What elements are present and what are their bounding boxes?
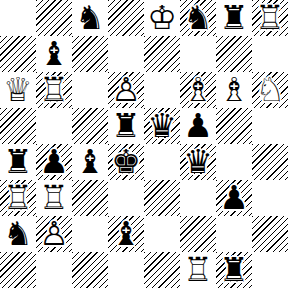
piece-silhouette: ♛ (0, 72, 36, 108)
piece-black-bishop: ♝ (108, 216, 144, 252)
square-b2[interactable]: ♟♙ (36, 216, 72, 252)
square-b1[interactable] (36, 252, 72, 288)
square-c4[interactable]: ♝ (72, 144, 108, 180)
piece-black-queen: ♛ (180, 144, 216, 180)
square-h8[interactable]: ♜♖ (252, 0, 288, 36)
piece-black-bishop: ♝ (36, 36, 72, 72)
piece-black-pawn: ♟ (180, 108, 216, 144)
square-h1[interactable] (252, 252, 288, 288)
square-g2[interactable] (216, 216, 252, 252)
square-a2[interactable]: ♞ (0, 216, 36, 252)
square-e5[interactable]: ♛ (144, 108, 180, 144)
piece-black-knight: ♞ (180, 0, 216, 36)
square-b5[interactable] (36, 108, 72, 144)
square-e1[interactable] (144, 252, 180, 288)
square-a8[interactable] (0, 0, 36, 36)
square-f6[interactable]: ♝♗ (180, 72, 216, 108)
piece-white-bishop: ♗ (180, 72, 216, 108)
square-d7[interactable] (108, 36, 144, 72)
piece-silhouette: ♚ (144, 0, 180, 36)
square-e7[interactable] (144, 36, 180, 72)
piece-white-queen: ♕ (0, 72, 36, 108)
square-a7[interactable] (0, 36, 36, 72)
piece-white-pawn: ♙ (108, 72, 144, 108)
square-h7[interactable] (252, 36, 288, 72)
piece-black-queen: ♛ (144, 108, 180, 144)
piece-black-king: ♚ (108, 144, 144, 180)
square-e2[interactable] (144, 216, 180, 252)
square-h4[interactable] (252, 144, 288, 180)
piece-black-rook: ♜ (216, 0, 252, 36)
square-a5[interactable] (0, 108, 36, 144)
square-d6[interactable]: ♟♙ (108, 72, 144, 108)
square-d4[interactable]: ♚ (108, 144, 144, 180)
square-f5[interactable]: ♟ (180, 108, 216, 144)
piece-white-rook: ♖ (180, 252, 216, 288)
square-h5[interactable] (252, 108, 288, 144)
piece-white-knight: ♘ (252, 72, 288, 108)
square-g4[interactable] (216, 144, 252, 180)
piece-silhouette: ♜ (252, 0, 288, 36)
chess-board-container: ♞♚♔♞♜♜♖♝♛♕♜♖♟♙♝♗♝♗♞♘♜♛♟♜♟♝♚♛♜♖♜♖♟♞♟♙♝♜♖♜ (0, 0, 288, 288)
square-a4[interactable]: ♜ (0, 144, 36, 180)
square-b8[interactable] (36, 0, 72, 36)
square-g5[interactable] (216, 108, 252, 144)
piece-white-bishop: ♗ (216, 72, 252, 108)
piece-white-rook: ♖ (252, 0, 288, 36)
piece-white-rook: ♖ (36, 180, 72, 216)
square-e4[interactable] (144, 144, 180, 180)
square-f8[interactable]: ♞ (180, 0, 216, 36)
square-f2[interactable] (180, 216, 216, 252)
square-f7[interactable] (180, 36, 216, 72)
piece-white-rook: ♖ (36, 72, 72, 108)
piece-white-rook: ♖ (0, 180, 36, 216)
square-e3[interactable] (144, 180, 180, 216)
square-g7[interactable] (216, 36, 252, 72)
square-c5[interactable] (72, 108, 108, 144)
square-b7[interactable]: ♝ (36, 36, 72, 72)
square-f1[interactable]: ♜♖ (180, 252, 216, 288)
piece-black-pawn: ♟ (216, 180, 252, 216)
square-g1[interactable]: ♜ (216, 252, 252, 288)
square-f4[interactable]: ♛ (180, 144, 216, 180)
square-d3[interactable] (108, 180, 144, 216)
square-a3[interactable]: ♜♖ (0, 180, 36, 216)
piece-silhouette: ♟ (108, 72, 144, 108)
square-a6[interactable]: ♛♕ (0, 72, 36, 108)
square-c3[interactable] (72, 180, 108, 216)
piece-silhouette: ♟ (36, 216, 72, 252)
piece-black-knight: ♞ (72, 0, 108, 36)
square-g6[interactable]: ♝♗ (216, 72, 252, 108)
piece-silhouette: ♜ (36, 180, 72, 216)
square-d1[interactable] (108, 252, 144, 288)
piece-black-rook: ♜ (216, 252, 252, 288)
square-g3[interactable]: ♟ (216, 180, 252, 216)
square-e6[interactable] (144, 72, 180, 108)
chess-board: ♞♚♔♞♜♜♖♝♛♕♜♖♟♙♝♗♝♗♞♘♜♛♟♜♟♝♚♛♜♖♜♖♟♞♟♙♝♜♖♜ (0, 0, 288, 288)
square-b3[interactable]: ♜♖ (36, 180, 72, 216)
piece-silhouette: ♜ (0, 180, 36, 216)
square-c8[interactable]: ♞ (72, 0, 108, 36)
square-c2[interactable] (72, 216, 108, 252)
piece-black-pawn: ♟ (36, 144, 72, 180)
piece-silhouette: ♝ (180, 72, 216, 108)
square-d8[interactable] (108, 0, 144, 36)
square-a1[interactable] (0, 252, 36, 288)
piece-silhouette: ♜ (180, 252, 216, 288)
piece-black-rook: ♜ (108, 108, 144, 144)
square-c1[interactable] (72, 252, 108, 288)
square-e8[interactable]: ♚♔ (144, 0, 180, 36)
square-c7[interactable] (72, 36, 108, 72)
piece-black-rook: ♜ (0, 144, 36, 180)
piece-black-bishop: ♝ (72, 144, 108, 180)
piece-white-king: ♔ (144, 0, 180, 36)
square-b6[interactable]: ♜♖ (36, 72, 72, 108)
square-f3[interactable] (180, 180, 216, 216)
square-b4[interactable]: ♟ (36, 144, 72, 180)
square-d5[interactable]: ♜ (108, 108, 144, 144)
piece-silhouette: ♞ (252, 72, 288, 108)
square-h2[interactable] (252, 216, 288, 252)
square-d2[interactable]: ♝ (108, 216, 144, 252)
square-c6[interactable] (72, 72, 108, 108)
square-h3[interactable] (252, 180, 288, 216)
piece-silhouette: ♝ (216, 72, 252, 108)
piece-silhouette: ♜ (36, 72, 72, 108)
piece-black-knight: ♞ (0, 216, 36, 252)
square-h6[interactable]: ♞♘ (252, 72, 288, 108)
piece-white-pawn: ♙ (36, 216, 72, 252)
square-g8[interactable]: ♜ (216, 0, 252, 36)
